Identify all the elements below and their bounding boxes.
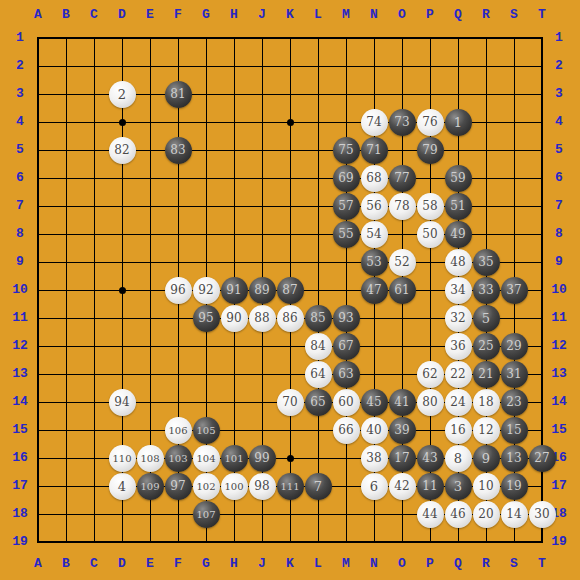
row-label-right-3: 3	[545, 86, 573, 102]
column-label-top-Q: Q	[444, 7, 472, 23]
stone-white-q15-move-16: 16	[445, 417, 472, 444]
stone-white-m14-move-60: 60	[333, 389, 360, 416]
row-label-left-13: 13	[6, 366, 34, 382]
stone-white-n15-move-40: 40	[361, 417, 388, 444]
stone-black-s10-move-37: 37	[501, 277, 528, 304]
row-label-left-5: 5	[6, 142, 34, 158]
stone-black-h10-move-91: 91	[221, 277, 248, 304]
column-label-top-D: D	[108, 7, 136, 23]
row-label-right-13: 13	[545, 366, 573, 382]
column-label-bottom-L: L	[304, 556, 332, 572]
stone-white-q14-move-24: 24	[445, 389, 472, 416]
row-label-left-17: 17	[6, 478, 34, 494]
stone-black-m5-move-75: 75	[333, 137, 360, 164]
row-label-right-8: 8	[545, 226, 573, 242]
row-label-left-12: 12	[6, 338, 34, 354]
stone-white-p18-move-44: 44	[417, 501, 444, 528]
stone-black-s15-move-15: 15	[501, 417, 528, 444]
stone-white-d3-move-2: 2	[109, 81, 136, 108]
stone-black-n9-move-53: 53	[361, 249, 388, 276]
column-label-top-H: H	[220, 7, 248, 23]
row-label-left-14: 14	[6, 394, 34, 410]
column-label-top-M: M	[332, 7, 360, 23]
stone-white-g10-move-92: 92	[193, 277, 220, 304]
stone-black-p17-move-11: 11	[417, 473, 444, 500]
star-point-k4	[287, 119, 294, 126]
column-label-top-G: G	[192, 7, 220, 23]
stone-black-j16-move-99: 99	[249, 445, 276, 472]
stone-white-e16-move-108: 108	[137, 445, 164, 472]
stone-white-p7-move-58: 58	[417, 193, 444, 220]
column-label-bottom-J: J	[248, 556, 276, 572]
stone-black-r12-move-25: 25	[473, 333, 500, 360]
stone-white-s18-move-14: 14	[501, 501, 528, 528]
star-point-d4	[119, 119, 126, 126]
column-label-top-J: J	[248, 7, 276, 23]
row-label-right-15: 15	[545, 422, 573, 438]
stone-white-q12-move-36: 36	[445, 333, 472, 360]
stone-black-f5-move-83: 83	[165, 137, 192, 164]
column-label-top-A: A	[24, 7, 52, 23]
stone-black-l11-move-85: 85	[305, 305, 332, 332]
stone-black-k17-move-111: 111	[277, 473, 304, 500]
stone-white-r15-move-12: 12	[473, 417, 500, 444]
column-label-top-N: N	[360, 7, 388, 23]
column-label-top-S: S	[500, 7, 528, 23]
stone-black-o14-move-41: 41	[389, 389, 416, 416]
column-label-top-O: O	[388, 7, 416, 23]
star-point-d10	[119, 287, 126, 294]
stone-black-m13-move-63: 63	[333, 361, 360, 388]
column-label-bottom-E: E	[136, 556, 164, 572]
column-label-bottom-N: N	[360, 556, 388, 572]
stone-black-q4-move-1: 1	[445, 109, 472, 136]
column-label-bottom-Q: Q	[444, 556, 472, 572]
row-label-right-5: 5	[545, 142, 573, 158]
stone-black-g11-move-95: 95	[193, 305, 220, 332]
stone-white-t18-move-30: 30	[529, 501, 556, 528]
stone-white-q13-move-22: 22	[445, 361, 472, 388]
stone-white-d16-move-110: 110	[109, 445, 136, 472]
stone-black-r16-move-9: 9	[473, 445, 500, 472]
stone-white-d14-move-94: 94	[109, 389, 136, 416]
row-label-right-4: 4	[545, 114, 573, 130]
stone-black-r11-move-5: 5	[473, 305, 500, 332]
column-label-top-E: E	[136, 7, 164, 23]
row-label-right-2: 2	[545, 58, 573, 74]
go-board[interactable]: AABBCCDDEEFFGGHHJJKKLLMMNNOOPPQQRRSSTT11…	[0, 0, 580, 580]
stone-black-k10-move-87: 87	[277, 277, 304, 304]
stone-white-m15-move-66: 66	[333, 417, 360, 444]
column-label-top-F: F	[164, 7, 192, 23]
stone-white-n6-move-68: 68	[361, 165, 388, 192]
row-label-left-19: 19	[6, 534, 34, 550]
stone-black-o15-move-39: 39	[389, 417, 416, 444]
stone-black-e17-move-109: 109	[137, 473, 164, 500]
stone-white-k11-move-86: 86	[277, 305, 304, 332]
row-label-left-3: 3	[6, 86, 34, 102]
stone-black-n5-move-71: 71	[361, 137, 388, 164]
stone-black-q8-move-49: 49	[445, 221, 472, 248]
row-label-right-6: 6	[545, 170, 573, 186]
row-label-right-7: 7	[545, 198, 573, 214]
column-label-bottom-R: R	[472, 556, 500, 572]
stone-black-p16-move-43: 43	[417, 445, 444, 472]
stone-white-r17-move-10: 10	[473, 473, 500, 500]
stone-black-m7-move-57: 57	[333, 193, 360, 220]
row-label-left-11: 11	[6, 310, 34, 326]
stone-white-j17-move-98: 98	[249, 473, 276, 500]
stone-white-g16-move-104: 104	[193, 445, 220, 472]
row-label-left-8: 8	[6, 226, 34, 242]
row-label-left-1: 1	[6, 30, 34, 46]
row-label-right-17: 17	[545, 478, 573, 494]
column-label-bottom-S: S	[500, 556, 528, 572]
row-label-right-14: 14	[545, 394, 573, 410]
stone-black-g15-move-105: 105	[193, 417, 220, 444]
stone-black-f16-move-103: 103	[165, 445, 192, 472]
row-label-left-10: 10	[6, 282, 34, 298]
stone-white-r18-move-20: 20	[473, 501, 500, 528]
stone-white-n4-move-74: 74	[361, 109, 388, 136]
column-label-bottom-K: K	[276, 556, 304, 572]
stone-black-n14-move-45: 45	[361, 389, 388, 416]
stone-black-r9-move-35: 35	[473, 249, 500, 276]
stone-white-j11-move-88: 88	[249, 305, 276, 332]
stone-white-k14-move-70: 70	[277, 389, 304, 416]
stone-black-n10-move-47: 47	[361, 277, 388, 304]
stone-white-o7-move-78: 78	[389, 193, 416, 220]
row-label-right-10: 10	[545, 282, 573, 298]
stone-white-l12-move-84: 84	[305, 333, 332, 360]
column-label-bottom-T: T	[528, 556, 556, 572]
column-label-bottom-C: C	[80, 556, 108, 572]
row-label-right-1: 1	[545, 30, 573, 46]
column-label-bottom-A: A	[24, 556, 52, 572]
column-label-bottom-P: P	[416, 556, 444, 572]
stone-white-l13-move-64: 64	[305, 361, 332, 388]
column-label-top-L: L	[304, 7, 332, 23]
column-label-bottom-D: D	[108, 556, 136, 572]
stone-black-m8-move-55: 55	[333, 221, 360, 248]
column-label-bottom-F: F	[164, 556, 192, 572]
stone-black-m6-move-69: 69	[333, 165, 360, 192]
stone-white-p14-move-80: 80	[417, 389, 444, 416]
row-label-left-6: 6	[6, 170, 34, 186]
stone-white-q11-move-32: 32	[445, 305, 472, 332]
stone-white-f15-move-106: 106	[165, 417, 192, 444]
stone-white-p8-move-50: 50	[417, 221, 444, 248]
column-label-bottom-B: B	[52, 556, 80, 572]
stone-black-q7-move-51: 51	[445, 193, 472, 220]
stone-white-d17-move-4: 4	[109, 473, 136, 500]
stone-black-r13-move-21: 21	[473, 361, 500, 388]
stone-black-m12-move-67: 67	[333, 333, 360, 360]
row-label-right-19: 19	[545, 534, 573, 550]
stone-black-r10-move-33: 33	[473, 277, 500, 304]
stone-white-n17-move-6: 6	[361, 473, 388, 500]
stone-black-m11-move-93: 93	[333, 305, 360, 332]
column-label-top-P: P	[416, 7, 444, 23]
stone-black-q6-move-59: 59	[445, 165, 472, 192]
stone-white-f10-move-96: 96	[165, 277, 192, 304]
row-label-left-16: 16	[6, 450, 34, 466]
stone-white-h17-move-100: 100	[221, 473, 248, 500]
column-label-top-T: T	[528, 7, 556, 23]
stone-black-o16-move-17: 17	[389, 445, 416, 472]
stone-black-t16-move-27: 27	[529, 445, 556, 472]
column-label-bottom-H: H	[220, 556, 248, 572]
stone-black-o10-move-61: 61	[389, 277, 416, 304]
column-label-bottom-O: O	[388, 556, 416, 572]
stone-white-d5-move-82: 82	[109, 137, 136, 164]
stone-white-q18-move-46: 46	[445, 501, 472, 528]
column-label-top-B: B	[52, 7, 80, 23]
column-label-top-K: K	[276, 7, 304, 23]
stone-black-f3-move-81: 81	[165, 81, 192, 108]
stone-black-f17-move-97: 97	[165, 473, 192, 500]
stone-black-o6-move-77: 77	[389, 165, 416, 192]
stone-white-o9-move-52: 52	[389, 249, 416, 276]
stone-black-s17-move-19: 19	[501, 473, 528, 500]
stone-black-s12-move-29: 29	[501, 333, 528, 360]
row-label-right-12: 12	[545, 338, 573, 354]
stone-black-l14-move-65: 65	[305, 389, 332, 416]
row-label-left-2: 2	[6, 58, 34, 74]
stone-black-h16-move-101: 101	[221, 445, 248, 472]
stone-black-s13-move-31: 31	[501, 361, 528, 388]
row-label-right-11: 11	[545, 310, 573, 326]
star-point-k16	[287, 455, 294, 462]
stone-white-n8-move-54: 54	[361, 221, 388, 248]
stone-black-l17-move-7: 7	[305, 473, 332, 500]
column-label-top-R: R	[472, 7, 500, 23]
row-label-left-4: 4	[6, 114, 34, 130]
stone-white-r14-move-18: 18	[473, 389, 500, 416]
stone-black-j10-move-89: 89	[249, 277, 276, 304]
stone-black-s14-move-23: 23	[501, 389, 528, 416]
stone-white-q9-move-48: 48	[445, 249, 472, 276]
stone-white-q10-move-34: 34	[445, 277, 472, 304]
column-label-bottom-G: G	[192, 556, 220, 572]
row-label-right-9: 9	[545, 254, 573, 270]
stone-black-p5-move-79: 79	[417, 137, 444, 164]
row-label-left-18: 18	[6, 506, 34, 522]
stone-white-n7-move-56: 56	[361, 193, 388, 220]
stone-white-n16-move-38: 38	[361, 445, 388, 472]
row-label-left-9: 9	[6, 254, 34, 270]
row-label-left-15: 15	[6, 422, 34, 438]
stone-white-p13-move-62: 62	[417, 361, 444, 388]
stone-black-g18-move-107: 107	[193, 501, 220, 528]
column-label-bottom-M: M	[332, 556, 360, 572]
row-label-left-7: 7	[6, 198, 34, 214]
column-label-top-C: C	[80, 7, 108, 23]
stone-white-h11-move-90: 90	[221, 305, 248, 332]
stone-black-o4-move-73: 73	[389, 109, 416, 136]
stone-black-s16-move-13: 13	[501, 445, 528, 472]
stone-white-g17-move-102: 102	[193, 473, 220, 500]
stone-black-q17-move-3: 3	[445, 473, 472, 500]
stone-white-o17-move-42: 42	[389, 473, 416, 500]
stone-white-q16-move-8: 8	[445, 445, 472, 472]
stone-white-p4-move-76: 76	[417, 109, 444, 136]
